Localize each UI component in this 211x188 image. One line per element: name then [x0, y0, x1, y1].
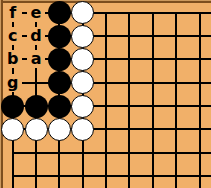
white-stone: [71, 95, 94, 118]
grid-line-vertical: [105, 12, 107, 188]
black-stone: [48, 95, 71, 118]
go-board: fecdbag: [0, 0, 211, 188]
point-label-b: b: [4, 50, 22, 68]
white-stone: [71, 118, 94, 141]
grid-line-horizontal: [12, 152, 211, 154]
white-stone: [1, 118, 24, 141]
grid-line-vertical: [152, 12, 154, 188]
grid-line-horizontal: [12, 175, 211, 177]
grid-line-vertical: [175, 12, 177, 188]
point-label-f: f: [4, 4, 22, 22]
black-stone: [1, 95, 24, 118]
black-stone: [48, 48, 71, 71]
grid-line-vertical: [128, 12, 130, 188]
white-stone: [71, 1, 94, 24]
white-stone: [25, 118, 48, 141]
black-stone: [48, 71, 71, 94]
white-stone: [71, 48, 94, 71]
point-label-c: c: [4, 27, 22, 45]
board-left-edge: [1, 0, 3, 188]
point-label-d: d: [27, 27, 45, 45]
black-stone: [25, 95, 48, 118]
point-label-g: g: [4, 74, 22, 92]
point-label-a: a: [27, 50, 45, 68]
white-stone: [71, 71, 94, 94]
black-stone: [48, 1, 71, 24]
point-label-e: e: [27, 4, 45, 22]
white-stone: [48, 118, 71, 141]
grid-line-vertical: [199, 12, 201, 188]
white-stone: [71, 25, 94, 48]
grid-line-horizontal: [12, 82, 211, 84]
black-stone: [48, 25, 71, 48]
